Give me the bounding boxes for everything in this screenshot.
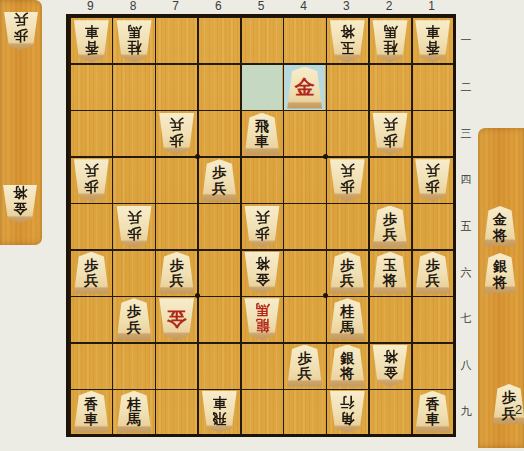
file-label-9: 9	[69, 0, 112, 13]
shogi-piece-sente-歩兵[interactable]: 歩兵	[329, 252, 366, 294]
piece-kanji: 角行	[329, 391, 366, 433]
shogi-piece-sente-飛車[interactable]: 飛車	[244, 113, 281, 155]
file-label-6: 6	[197, 0, 240, 13]
shogi-piece-sente-歩兵[interactable]: 歩兵	[116, 298, 153, 340]
shogi-piece-sente-銀将[interactable]: 銀将	[483, 253, 517, 293]
shogi-piece-gote-桂馬[interactable]: 桂馬	[116, 20, 153, 62]
hoshi-dot	[323, 293, 328, 298]
shogi-piece-gote-飛車[interactable]: 飛車	[201, 391, 238, 433]
piece-kanji: 歩兵	[3, 12, 39, 50]
piece-kanji: 歩兵	[158, 252, 195, 294]
file-label-2: 2	[368, 0, 411, 13]
hoshi-dot	[323, 154, 328, 159]
shogi-piece-sente-玉将[interactable]: 玉将	[372, 252, 409, 294]
piece-kanji: 香車	[73, 391, 110, 433]
piece-kanji: 歩兵	[116, 206, 153, 248]
rank-label-2: 二	[458, 80, 474, 95]
piece-kanji: 歩兵	[414, 252, 451, 294]
piece-kanji: 金	[158, 298, 195, 340]
piece-kanji: 金	[286, 67, 323, 109]
last-move-highlight	[241, 65, 282, 110]
shogi-piece-sente-香車[interactable]: 香車	[414, 391, 451, 433]
shogi-piece-gote-歩兵[interactable]: 歩兵	[244, 206, 281, 248]
file-label-8: 8	[112, 0, 155, 13]
piece-kanji: 歩兵	[286, 345, 323, 387]
shogi-piece-sente-金将[interactable]: 金将	[483, 206, 517, 246]
shogi-piece-sente-香車[interactable]: 香車	[73, 391, 110, 433]
shogi-piece-gote-玉将[interactable]: 玉将	[329, 20, 366, 62]
shogi-piece-sente-桂馬[interactable]: 桂馬	[329, 298, 366, 340]
piece-kanji: 飛車	[201, 391, 238, 433]
file-label-7: 7	[154, 0, 197, 13]
file-label-1: 1	[410, 0, 453, 13]
shogi-piece-gote-香車[interactable]: 香車	[414, 20, 451, 62]
piece-kanji: 金将	[372, 345, 409, 387]
shogi-piece-gote-金将[interactable]: 金将	[244, 252, 281, 294]
piece-kanji: 香車	[73, 20, 110, 62]
rank-label-7: 七	[458, 311, 474, 326]
piece-kanji: 香車	[414, 20, 451, 62]
rank-label-4: 四	[458, 172, 474, 187]
rank-label-5: 五	[458, 219, 474, 234]
piece-kanji: 桂馬	[116, 391, 153, 433]
piece-kanji: 銀将	[329, 345, 366, 387]
shogi-piece-gote-金将[interactable]: 金将	[372, 345, 409, 387]
piece-kanji: 玉将	[329, 20, 366, 62]
piece-kanji: 歩兵	[329, 159, 366, 201]
shogi-app-window: 987654321 一二三四五六七八九 香車桂馬玉将桂馬香車金歩兵飛車歩兵歩兵歩…	[0, 0, 524, 451]
piece-kanji: 歩兵	[329, 252, 366, 294]
piece-kanji: 歩兵	[73, 252, 110, 294]
hoshi-dot	[195, 293, 200, 298]
shogi-piece-sente-桂馬[interactable]: 桂馬	[116, 391, 153, 433]
piece-kanji: 歩兵	[73, 159, 110, 201]
rank-label-9: 九	[458, 404, 474, 419]
shogi-piece-gote-金将[interactable]: 金将	[2, 185, 38, 223]
piece-kanji: 歩兵	[414, 159, 451, 201]
shogi-piece-gote-歩兵[interactable]: 歩兵	[158, 113, 195, 155]
shogi-piece-gote-桂馬[interactable]: 桂馬	[372, 20, 409, 62]
file-label-5: 5	[240, 0, 283, 13]
piece-kanji: 銀将	[483, 253, 517, 293]
piece-kanji: 歩兵	[244, 206, 281, 248]
shogi-piece-gote-香車[interactable]: 香車	[73, 20, 110, 62]
rank-label-8: 八	[458, 358, 474, 373]
shogi-piece-gote-歩兵[interactable]: 歩兵	[3, 12, 39, 50]
file-label-4: 4	[282, 0, 325, 13]
shogi-piece-gote-歩兵[interactable]: 歩兵	[73, 159, 110, 201]
piece-kanji: 金将	[244, 252, 281, 294]
shogi-piece-gote-歩兵[interactable]: 歩兵	[116, 206, 153, 248]
piece-kanji: 歩兵	[372, 206, 409, 248]
shogi-piece-gote-角行[interactable]: 角行	[329, 391, 366, 433]
piece-kanji: 金将	[483, 206, 517, 246]
piece-kanji: 桂馬	[372, 20, 409, 62]
shogi-piece-sente-歩兵[interactable]: 歩兵	[414, 252, 451, 294]
piece-kanji: 桂馬	[116, 20, 153, 62]
piece-kanji: 歩兵	[201, 159, 238, 201]
hoshi-dot	[195, 154, 200, 159]
piece-kanji: 桂馬	[329, 298, 366, 340]
piece-kanji: 飛車	[244, 113, 281, 155]
piece-kanji: 歩兵	[158, 113, 195, 155]
shogi-piece-sente-歩兵[interactable]: 歩兵	[73, 252, 110, 294]
shogi-piece-gote-金[interactable]: 金	[158, 298, 195, 340]
shogi-piece-gote-歩兵[interactable]: 歩兵	[372, 113, 409, 155]
piece-kanji: 玉将	[372, 252, 409, 294]
piece-kanji: 歩兵	[116, 298, 153, 340]
piece-kanji: 歩兵	[372, 113, 409, 155]
shogi-piece-sente-銀将[interactable]: 銀将	[329, 345, 366, 387]
shogi-piece-sente-金[interactable]: 金	[286, 67, 323, 109]
shogi-piece-sente-歩兵[interactable]: 歩兵	[286, 345, 323, 387]
shogi-piece-gote-歩兵[interactable]: 歩兵	[329, 159, 366, 201]
rank-label-1: 一	[458, 33, 474, 48]
sente-pawn-count: 2	[515, 402, 522, 417]
shogi-piece-sente-歩兵[interactable]: 歩兵	[158, 252, 195, 294]
rank-label-6: 六	[458, 265, 474, 280]
shogi-board[interactable]: 香車桂馬玉将桂馬香車金歩兵飛車歩兵歩兵歩兵歩兵歩兵歩兵歩兵歩兵歩兵歩兵金将歩兵玉…	[66, 14, 456, 437]
rank-label-3: 三	[458, 126, 474, 141]
shogi-piece-sente-歩兵[interactable]: 歩兵	[201, 159, 238, 201]
shogi-piece-gote-歩兵[interactable]: 歩兵	[414, 159, 451, 201]
file-label-3: 3	[325, 0, 368, 13]
piece-kanji: 龍馬	[244, 298, 281, 340]
shogi-piece-sente-歩兵[interactable]: 歩兵	[372, 206, 409, 248]
piece-kanji: 金将	[2, 185, 38, 223]
piece-kanji: 香車	[414, 391, 451, 433]
shogi-piece-gote-龍馬[interactable]: 龍馬	[244, 298, 281, 340]
